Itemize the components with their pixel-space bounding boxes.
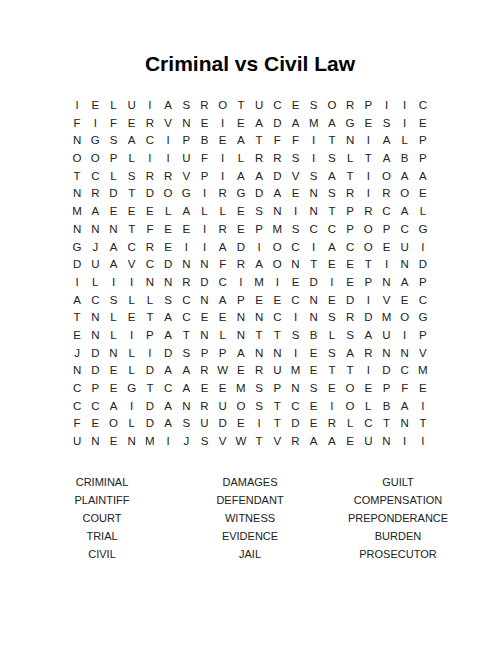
grid-cell[interactable]: O xyxy=(341,380,359,398)
grid-cell[interactable]: A xyxy=(214,292,232,310)
grid-cell[interactable]: T xyxy=(341,362,359,380)
grid-cell[interactable]: A xyxy=(177,380,195,398)
grid-cell[interactable]: I xyxy=(396,115,414,133)
grid-cell[interactable]: O xyxy=(377,168,395,186)
grid-cell[interactable]: C xyxy=(396,362,414,380)
grid-cell[interactable]: S xyxy=(177,97,195,115)
grid-cell[interactable]: P xyxy=(177,132,195,150)
grid-cell[interactable]: T xyxy=(123,221,141,239)
grid-cell[interactable]: I xyxy=(359,292,377,310)
grid-cell[interactable]: I xyxy=(323,398,341,416)
grid-cell[interactable]: E xyxy=(232,115,250,133)
grid-cell[interactable]: L xyxy=(104,168,122,186)
grid-cell[interactable]: V xyxy=(268,433,286,451)
grid-cell[interactable]: R xyxy=(86,185,104,203)
grid-cell[interactable]: E xyxy=(104,380,122,398)
grid-cell[interactable]: D xyxy=(250,185,268,203)
grid-cell[interactable]: D xyxy=(159,345,177,363)
grid-cell[interactable]: U xyxy=(195,415,213,433)
grid-cell[interactable]: E xyxy=(159,239,177,257)
grid-cell[interactable]: E xyxy=(123,309,141,327)
grid-cell[interactable]: L xyxy=(104,327,122,345)
grid-cell[interactable]: C xyxy=(214,274,232,292)
grid-cell[interactable]: E xyxy=(123,115,141,133)
grid-cell[interactable]: E xyxy=(159,221,177,239)
grid-cell[interactable]: T xyxy=(323,132,341,150)
grid-cell[interactable]: A xyxy=(323,115,341,133)
grid-cell[interactable]: A xyxy=(396,398,414,416)
grid-cell[interactable]: M xyxy=(68,203,86,221)
grid-cell[interactable]: N xyxy=(232,327,250,345)
grid-cell[interactable]: O xyxy=(268,256,286,274)
grid-cell[interactable]: U xyxy=(177,150,195,168)
grid-cell[interactable]: E xyxy=(232,203,250,221)
grid-cell[interactable]: E xyxy=(377,239,395,257)
grid-cell[interactable]: M xyxy=(232,380,250,398)
grid-cell[interactable]: N xyxy=(68,132,86,150)
grid-cell[interactable]: R xyxy=(341,185,359,203)
grid-cell[interactable]: T xyxy=(323,362,341,380)
grid-cell[interactable]: A xyxy=(341,345,359,363)
grid-cell[interactable]: S xyxy=(250,380,268,398)
grid-cell[interactable]: E xyxy=(323,256,341,274)
grid-cell[interactable]: S xyxy=(104,292,122,310)
grid-cell[interactable]: R xyxy=(195,398,213,416)
grid-cell[interactable]: A xyxy=(68,292,86,310)
grid-cell[interactable]: D xyxy=(141,415,159,433)
grid-cell[interactable]: A xyxy=(104,256,122,274)
grid-cell[interactable]: D xyxy=(377,362,395,380)
grid-cell[interactable]: S xyxy=(250,203,268,221)
grid-cell[interactable]: E xyxy=(341,256,359,274)
grid-cell[interactable]: N xyxy=(250,309,268,327)
grid-cell[interactable]: C xyxy=(86,292,104,310)
grid-cell[interactable]: R xyxy=(195,97,213,115)
grid-cell[interactable]: L xyxy=(123,150,141,168)
grid-cell[interactable]: I xyxy=(359,168,377,186)
grid-cell[interactable]: I xyxy=(268,274,286,292)
grid-cell[interactable]: E xyxy=(214,309,232,327)
grid-cell[interactable]: N xyxy=(305,203,323,221)
grid-cell[interactable]: N xyxy=(286,256,304,274)
grid-cell[interactable]: L xyxy=(414,203,432,221)
grid-cell[interactable]: S xyxy=(377,115,395,133)
grid-cell[interactable]: O xyxy=(323,97,341,115)
grid-cell[interactable]: N xyxy=(86,433,104,451)
grid-cell[interactable]: C xyxy=(341,239,359,257)
grid-cell[interactable]: A xyxy=(177,203,195,221)
grid-cell[interactable]: O xyxy=(341,398,359,416)
grid-cell[interactable]: A xyxy=(232,132,250,150)
grid-cell[interactable]: A xyxy=(250,115,268,133)
grid-cell[interactable]: I xyxy=(414,398,432,416)
grid-cell[interactable]: T xyxy=(250,327,268,345)
grid-cell[interactable]: F xyxy=(396,380,414,398)
grid-cell[interactable]: B xyxy=(377,398,395,416)
grid-cell[interactable]: C xyxy=(286,292,304,310)
grid-cell[interactable]: C xyxy=(414,292,432,310)
grid-cell[interactable]: C xyxy=(177,309,195,327)
grid-cell[interactable]: A xyxy=(86,203,104,221)
grid-cell[interactable]: N xyxy=(104,221,122,239)
grid-cell[interactable]: E xyxy=(414,380,432,398)
grid-cell[interactable]: N xyxy=(195,327,213,345)
grid-cell[interactable]: S xyxy=(323,150,341,168)
grid-cell[interactable]: N xyxy=(141,274,159,292)
grid-cell[interactable]: M xyxy=(268,221,286,239)
grid-cell[interactable]: I xyxy=(250,239,268,257)
grid-cell[interactable]: N xyxy=(159,274,177,292)
grid-cell[interactable]: R xyxy=(141,239,159,257)
grid-cell[interactable]: P xyxy=(268,380,286,398)
grid-cell[interactable]: I xyxy=(195,239,213,257)
grid-cell[interactable]: R xyxy=(323,415,341,433)
grid-cell[interactable]: R xyxy=(359,345,377,363)
grid-cell[interactable]: I xyxy=(141,97,159,115)
grid-cell[interactable]: T xyxy=(250,132,268,150)
grid-cell[interactable]: C xyxy=(141,256,159,274)
grid-cell[interactable]: I xyxy=(377,256,395,274)
grid-cell[interactable]: S xyxy=(323,185,341,203)
grid-cell[interactable]: C xyxy=(86,398,104,416)
grid-cell[interactable]: N xyxy=(123,433,141,451)
grid-cell[interactable]: D xyxy=(141,362,159,380)
grid-cell[interactable]: C xyxy=(123,239,141,257)
grid-cell[interactable]: N xyxy=(396,256,414,274)
grid-cell[interactable]: S xyxy=(341,327,359,345)
grid-cell[interactable]: E xyxy=(414,185,432,203)
grid-cell[interactable]: D xyxy=(268,115,286,133)
grid-cell[interactable]: R xyxy=(341,97,359,115)
grid-cell[interactable]: C xyxy=(159,380,177,398)
grid-cell[interactable]: N xyxy=(377,345,395,363)
grid-cell[interactable]: T xyxy=(141,380,159,398)
grid-cell[interactable]: N xyxy=(86,327,104,345)
grid-cell[interactable]: I xyxy=(286,309,304,327)
grid-cell[interactable]: S xyxy=(305,97,323,115)
grid-cell[interactable]: I xyxy=(359,362,377,380)
grid-cell[interactable]: D xyxy=(268,168,286,186)
grid-cell[interactable]: N xyxy=(305,309,323,327)
grid-cell[interactable]: A xyxy=(414,168,432,186)
grid-cell[interactable]: A xyxy=(286,115,304,133)
grid-cell[interactable]: C xyxy=(396,221,414,239)
grid-cell[interactable]: L xyxy=(123,345,141,363)
grid-cell[interactable]: D xyxy=(141,185,159,203)
grid-cell[interactable]: E xyxy=(359,380,377,398)
grid-cell[interactable]: I xyxy=(396,97,414,115)
grid-cell[interactable]: T xyxy=(177,327,195,345)
grid-cell[interactable]: L xyxy=(359,398,377,416)
grid-cell[interactable]: N xyxy=(86,309,104,327)
grid-cell[interactable]: A xyxy=(123,132,141,150)
grid-cell[interactable]: E xyxy=(104,203,122,221)
grid-cell[interactable]: I xyxy=(377,97,395,115)
grid-cell[interactable]: O xyxy=(214,97,232,115)
grid-cell[interactable]: S xyxy=(177,345,195,363)
grid-cell[interactable]: E xyxy=(323,380,341,398)
grid-cell[interactable]: T xyxy=(250,433,268,451)
grid-cell[interactable]: I xyxy=(141,150,159,168)
grid-cell[interactable]: L xyxy=(104,97,122,115)
grid-cell[interactable]: I xyxy=(232,274,250,292)
grid-cell[interactable]: E xyxy=(341,433,359,451)
grid-cell[interactable]: U xyxy=(396,239,414,257)
grid-cell[interactable]: O xyxy=(268,239,286,257)
grid-cell[interactable]: A xyxy=(250,256,268,274)
grid-cell[interactable]: A xyxy=(177,362,195,380)
grid-cell[interactable]: S xyxy=(323,309,341,327)
grid-cell[interactable]: L xyxy=(195,203,213,221)
grid-cell[interactable]: E xyxy=(195,309,213,327)
grid-cell[interactable]: S xyxy=(104,132,122,150)
grid-cell[interactable]: P xyxy=(414,150,432,168)
grid-cell[interactable]: V xyxy=(214,433,232,451)
grid-cell[interactable]: R xyxy=(341,309,359,327)
grid-cell[interactable]: R xyxy=(195,362,213,380)
grid-cell[interactable]: I xyxy=(323,274,341,292)
grid-cell[interactable]: A xyxy=(159,97,177,115)
grid-cell[interactable]: E xyxy=(104,433,122,451)
grid-cell[interactable]: M xyxy=(286,362,304,380)
grid-cell[interactable]: E xyxy=(268,292,286,310)
grid-cell[interactable]: E xyxy=(195,380,213,398)
grid-cell[interactable]: P xyxy=(359,97,377,115)
grid-cell[interactable]: C xyxy=(268,309,286,327)
grid-cell[interactable]: N xyxy=(195,292,213,310)
grid-cell[interactable]: S xyxy=(305,380,323,398)
grid-cell[interactable]: P xyxy=(377,221,395,239)
grid-cell[interactable]: I xyxy=(305,132,323,150)
grid-cell[interactable]: N xyxy=(250,345,268,363)
grid-cell[interactable]: T xyxy=(268,327,286,345)
grid-cell[interactable]: E xyxy=(396,292,414,310)
grid-cell[interactable]: N xyxy=(177,398,195,416)
grid-cell[interactable]: T xyxy=(359,256,377,274)
grid-cell[interactable]: A xyxy=(323,433,341,451)
grid-cell[interactable]: A xyxy=(104,239,122,257)
grid-cell[interactable]: T xyxy=(68,309,86,327)
grid-cell[interactable]: J xyxy=(86,239,104,257)
grid-cell[interactable]: L xyxy=(123,415,141,433)
grid-cell[interactable]: I xyxy=(286,203,304,221)
grid-cell[interactable]: A xyxy=(268,185,286,203)
grid-cell[interactable]: N xyxy=(68,221,86,239)
grid-cell[interactable]: N xyxy=(177,115,195,133)
grid-cell[interactable]: P xyxy=(377,380,395,398)
grid-cell[interactable]: T xyxy=(377,415,395,433)
grid-cell[interactable]: I xyxy=(305,150,323,168)
grid-cell[interactable]: I xyxy=(86,115,104,133)
grid-cell[interactable]: I xyxy=(396,327,414,345)
grid-cell[interactable]: S xyxy=(323,345,341,363)
grid-cell[interactable]: S xyxy=(177,415,195,433)
grid-cell[interactable]: F xyxy=(286,132,304,150)
grid-cell[interactable]: E xyxy=(341,274,359,292)
grid-cell[interactable]: E xyxy=(104,362,122,380)
grid-cell[interactable]: I xyxy=(195,185,213,203)
grid-cell[interactable]: A xyxy=(104,398,122,416)
grid-cell[interactable]: T xyxy=(305,256,323,274)
grid-cell[interactable]: D xyxy=(286,415,304,433)
grid-cell[interactable]: I xyxy=(359,132,377,150)
grid-cell[interactable]: R xyxy=(286,433,304,451)
grid-cell[interactable]: I xyxy=(123,274,141,292)
grid-cell[interactable]: I xyxy=(286,345,304,363)
grid-cell[interactable]: C xyxy=(286,398,304,416)
grid-cell[interactable]: R xyxy=(359,203,377,221)
grid-cell[interactable]: S xyxy=(305,168,323,186)
grid-cell[interactable]: C xyxy=(268,97,286,115)
grid-cell[interactable]: T xyxy=(341,168,359,186)
grid-cell[interactable]: S xyxy=(250,398,268,416)
grid-cell[interactable]: N xyxy=(377,274,395,292)
grid-cell[interactable]: E xyxy=(286,97,304,115)
grid-cell[interactable]: I xyxy=(159,150,177,168)
grid-cell[interactable]: D xyxy=(414,256,432,274)
grid-cell[interactable]: T xyxy=(141,309,159,327)
grid-cell[interactable]: T xyxy=(414,415,432,433)
grid-cell[interactable]: V xyxy=(177,168,195,186)
grid-cell[interactable]: A xyxy=(159,415,177,433)
grid-cell[interactable]: U xyxy=(250,97,268,115)
grid-cell[interactable]: I xyxy=(305,239,323,257)
grid-cell[interactable]: L xyxy=(214,203,232,221)
grid-cell[interactable]: O xyxy=(68,150,86,168)
grid-cell[interactable]: A xyxy=(159,309,177,327)
grid-cell[interactable]: E xyxy=(359,115,377,133)
grid-cell[interactable]: D xyxy=(341,292,359,310)
grid-cell[interactable]: N xyxy=(68,362,86,380)
grid-cell[interactable]: B xyxy=(305,327,323,345)
grid-cell[interactable]: U xyxy=(268,362,286,380)
grid-cell[interactable]: C xyxy=(414,97,432,115)
grid-cell[interactable]: T xyxy=(359,150,377,168)
grid-cell[interactable]: A xyxy=(159,362,177,380)
grid-cell[interactable]: D xyxy=(68,256,86,274)
grid-cell[interactable]: T xyxy=(323,203,341,221)
grid-cell[interactable]: E xyxy=(305,345,323,363)
grid-cell[interactable]: S xyxy=(195,433,213,451)
grid-cell[interactable]: D xyxy=(305,274,323,292)
grid-cell[interactable]: L xyxy=(396,132,414,150)
grid-cell[interactable]: D xyxy=(86,345,104,363)
grid-cell[interactable]: R xyxy=(214,221,232,239)
grid-cell[interactable]: A xyxy=(159,327,177,345)
grid-cell[interactable]: N xyxy=(195,256,213,274)
grid-cell[interactable]: P xyxy=(86,380,104,398)
grid-cell[interactable]: U xyxy=(123,97,141,115)
grid-cell[interactable]: N xyxy=(177,256,195,274)
grid-cell[interactable]: S xyxy=(286,327,304,345)
grid-cell[interactable]: F xyxy=(68,415,86,433)
grid-cell[interactable]: A xyxy=(250,168,268,186)
grid-cell[interactable]: U xyxy=(68,433,86,451)
grid-cell[interactable]: I xyxy=(123,327,141,345)
grid-cell[interactable]: A xyxy=(377,150,395,168)
grid-cell[interactable]: I xyxy=(250,415,268,433)
grid-cell[interactable]: N xyxy=(104,345,122,363)
grid-cell[interactable]: L xyxy=(141,292,159,310)
grid-cell[interactable]: E xyxy=(232,415,250,433)
grid-cell[interactable]: M xyxy=(414,362,432,380)
grid-cell[interactable]: E xyxy=(232,221,250,239)
grid-cell[interactable]: L xyxy=(323,327,341,345)
grid-cell[interactable]: I xyxy=(214,150,232,168)
grid-cell[interactable]: U xyxy=(359,433,377,451)
grid-cell[interactable]: I xyxy=(104,274,122,292)
grid-cell[interactable]: L xyxy=(123,362,141,380)
grid-cell[interactable]: F xyxy=(68,115,86,133)
grid-cell[interactable]: D xyxy=(86,362,104,380)
grid-cell[interactable]: E xyxy=(286,274,304,292)
grid-cell[interactable]: D xyxy=(195,274,213,292)
grid-cell[interactable]: F xyxy=(214,256,232,274)
grid-cell[interactable]: N xyxy=(305,185,323,203)
grid-cell[interactable]: V xyxy=(123,256,141,274)
grid-cell[interactable]: C xyxy=(141,132,159,150)
grid-cell[interactable]: B xyxy=(195,132,213,150)
grid-cell[interactable]: O xyxy=(86,150,104,168)
grid-cell[interactable]: R xyxy=(177,274,195,292)
grid-cell[interactable]: A xyxy=(232,345,250,363)
grid-cell[interactable]: U xyxy=(377,327,395,345)
grid-cell[interactable]: F xyxy=(104,115,122,133)
grid-cell[interactable]: E xyxy=(86,415,104,433)
grid-cell[interactable]: I xyxy=(123,398,141,416)
grid-cell[interactable]: S xyxy=(159,292,177,310)
grid-cell[interactable]: E xyxy=(123,203,141,221)
grid-cell[interactable]: C xyxy=(286,239,304,257)
grid-cell[interactable]: P xyxy=(359,274,377,292)
grid-cell[interactable]: L xyxy=(86,274,104,292)
grid-cell[interactable]: J xyxy=(177,433,195,451)
grid-cell[interactable]: U xyxy=(86,256,104,274)
grid-cell[interactable]: O xyxy=(396,309,414,327)
grid-cell[interactable]: P xyxy=(414,132,432,150)
grid-cell[interactable]: G xyxy=(177,185,195,203)
grid-cell[interactable]: D xyxy=(104,185,122,203)
grid-cell[interactable]: T xyxy=(68,168,86,186)
grid-cell[interactable]: G xyxy=(341,115,359,133)
grid-cell[interactable]: C xyxy=(377,203,395,221)
grid-cell[interactable]: A xyxy=(359,327,377,345)
grid-cell[interactable]: P xyxy=(195,345,213,363)
grid-cell[interactable]: L xyxy=(104,309,122,327)
grid-cell[interactable]: D xyxy=(141,398,159,416)
grid-cell[interactable]: E xyxy=(68,327,86,345)
grid-cell[interactable]: P xyxy=(414,274,432,292)
grid-cell[interactable]: E xyxy=(177,221,195,239)
grid-cell[interactable]: A xyxy=(232,168,250,186)
grid-cell[interactable]: E xyxy=(286,185,304,203)
grid-cell[interactable]: I xyxy=(396,433,414,451)
grid-cell[interactable]: A xyxy=(396,203,414,221)
grid-cell[interactable]: T xyxy=(123,185,141,203)
grid-cell[interactable]: I xyxy=(195,221,213,239)
grid-cell[interactable]: N xyxy=(377,433,395,451)
grid-cell[interactable]: C xyxy=(305,221,323,239)
grid-cell[interactable]: J xyxy=(68,345,86,363)
grid-cell[interactable]: P xyxy=(141,327,159,345)
grid-cell[interactable]: R xyxy=(268,150,286,168)
grid-cell[interactable]: W xyxy=(232,433,250,451)
grid-cell[interactable]: L xyxy=(341,150,359,168)
grid-cell[interactable]: A xyxy=(396,168,414,186)
grid-cell[interactable]: O xyxy=(359,221,377,239)
grid-cell[interactable]: A xyxy=(214,239,232,257)
grid-cell[interactable]: I xyxy=(68,274,86,292)
